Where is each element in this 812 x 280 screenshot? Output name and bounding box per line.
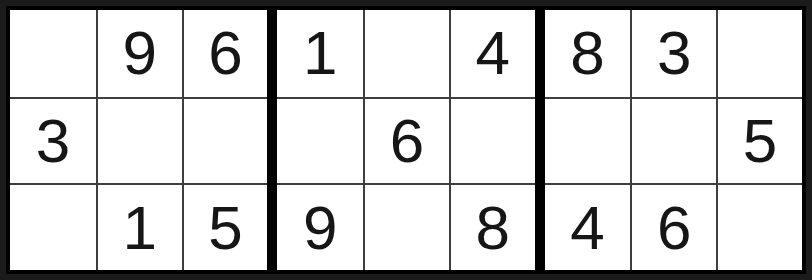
sudoku-cell-r3c3[interactable]: 5 bbox=[182, 183, 268, 270]
sudoku-cell-r1c1[interactable] bbox=[10, 10, 96, 97]
box-separator-2 bbox=[535, 10, 545, 270]
box-separator-1 bbox=[267, 10, 277, 270]
sudoku-cell-r3c7[interactable]: 4 bbox=[545, 183, 631, 270]
sudoku-board: 961483365159846 bbox=[6, 6, 806, 274]
sudoku-cell-r2c8[interactable] bbox=[630, 97, 716, 184]
sudoku-cell-r2c3[interactable] bbox=[182, 97, 268, 184]
sudoku-cell-r2c9[interactable]: 5 bbox=[716, 97, 802, 184]
sudoku-cell-r1c6[interactable]: 4 bbox=[449, 10, 535, 97]
sudoku-cell-r1c4[interactable]: 1 bbox=[277, 10, 363, 97]
sudoku-cell-r3c4[interactable]: 9 bbox=[277, 183, 363, 270]
sudoku-cell-r2c2[interactable] bbox=[96, 97, 182, 184]
sudoku-cell-r3c5[interactable] bbox=[363, 183, 449, 270]
sudoku-cell-r2c1[interactable]: 3 bbox=[10, 97, 96, 184]
sudoku-cell-r2c6[interactable] bbox=[449, 97, 535, 184]
sudoku-cell-r2c7[interactable] bbox=[545, 97, 631, 184]
sudoku-cell-r1c5[interactable] bbox=[363, 10, 449, 97]
sudoku-cell-r1c3[interactable]: 6 bbox=[182, 10, 268, 97]
sudoku-cell-r2c5[interactable]: 6 bbox=[363, 97, 449, 184]
sudoku-cell-r1c8[interactable]: 3 bbox=[630, 10, 716, 97]
sudoku-cell-r2c4[interactable] bbox=[277, 97, 363, 184]
sudoku-cell-r1c7[interactable]: 8 bbox=[545, 10, 631, 97]
sudoku-grid: 961483365159846 bbox=[10, 10, 802, 270]
sudoku-cell-r3c9[interactable] bbox=[716, 183, 802, 270]
sudoku-cell-r3c2[interactable]: 1 bbox=[96, 183, 182, 270]
sudoku-cell-r3c1[interactable] bbox=[10, 183, 96, 270]
sudoku-cell-r3c8[interactable]: 6 bbox=[630, 183, 716, 270]
sudoku-cell-r1c9[interactable] bbox=[716, 10, 802, 97]
sudoku-cell-r3c6[interactable]: 8 bbox=[449, 183, 535, 270]
sudoku-cell-r1c2[interactable]: 9 bbox=[96, 10, 182, 97]
